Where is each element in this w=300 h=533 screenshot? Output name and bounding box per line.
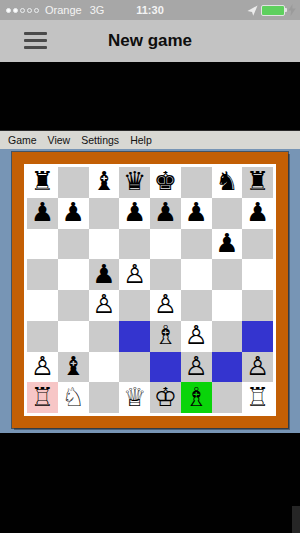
square-g1[interactable]: [212, 382, 243, 413]
square-c6[interactable]: [89, 229, 120, 260]
square-b6[interactable]: [58, 229, 89, 260]
square-h2[interactable]: ♙: [242, 352, 273, 383]
square-a6[interactable]: [27, 229, 58, 260]
square-g8[interactable]: ♞: [212, 167, 243, 198]
white-queen-icon: ♕: [123, 384, 146, 410]
bottom-panel: [0, 433, 300, 533]
square-d5[interactable]: ♙: [119, 259, 150, 290]
black-rook-icon: ♜: [31, 168, 54, 194]
square-h3[interactable]: [242, 321, 273, 352]
square-b2[interactable]: ♝: [58, 352, 89, 383]
square-a5[interactable]: [27, 259, 58, 290]
black-king-icon: ♚: [154, 168, 177, 194]
square-c7[interactable]: [89, 198, 120, 229]
square-d8[interactable]: ♛: [119, 167, 150, 198]
black-pawn-icon: ♟︎: [61, 199, 84, 225]
square-e3[interactable]: ♗: [150, 321, 181, 352]
square-e7[interactable]: ♟︎: [150, 198, 181, 229]
square-g3[interactable]: [212, 321, 243, 352]
white-pawn-icon: ♙: [123, 261, 146, 287]
square-e6[interactable]: [150, 229, 181, 260]
square-f1[interactable]: ♗: [181, 382, 212, 413]
white-pawn-icon: ♙: [92, 291, 115, 317]
scrollbar-thumb[interactable]: [292, 506, 300, 533]
square-c4[interactable]: ♙: [89, 290, 120, 321]
square-b3[interactable]: [58, 321, 89, 352]
menu-view[interactable]: View: [48, 134, 71, 146]
location-arrow-icon: [247, 5, 258, 16]
square-d7[interactable]: ♟︎: [119, 198, 150, 229]
square-e5[interactable]: [150, 259, 181, 290]
white-knight-icon: ♘: [61, 384, 84, 410]
menu-settings[interactable]: Settings: [81, 134, 119, 146]
black-bishop-icon: ♝: [92, 168, 115, 194]
board-frame: ♜♝♛♚♞♜♟︎♟︎♟︎♟︎♟︎♟︎♟︎♟︎♙♙♙♗♙♙♝♙♙♖♘♕♔♗♖: [12, 152, 288, 428]
menu-bar: Game View Settings Help: [0, 131, 300, 149]
square-d1[interactable]: ♕: [119, 382, 150, 413]
square-a7[interactable]: ♟︎: [27, 198, 58, 229]
square-f2[interactable]: ♙: [181, 352, 212, 383]
square-g4[interactable]: [212, 290, 243, 321]
black-pawn-icon: ♟︎: [123, 199, 146, 225]
black-pawn-icon: ♟︎: [184, 199, 207, 225]
square-a2[interactable]: ♙: [27, 352, 58, 383]
white-rook-icon: ♖: [31, 384, 54, 410]
square-b5[interactable]: [58, 259, 89, 290]
white-pawn-icon: ♙: [246, 353, 269, 379]
black-gap: [0, 62, 300, 131]
square-d4[interactable]: [119, 290, 150, 321]
square-g6[interactable]: ♟︎: [212, 229, 243, 260]
square-h6[interactable]: [242, 229, 273, 260]
square-h4[interactable]: [242, 290, 273, 321]
square-b7[interactable]: ♟︎: [58, 198, 89, 229]
square-c2[interactable]: [89, 352, 120, 383]
black-pawn-icon: ♟︎: [246, 199, 269, 225]
square-a4[interactable]: [27, 290, 58, 321]
square-c3[interactable]: [89, 321, 120, 352]
square-f5[interactable]: [181, 259, 212, 290]
square-a3[interactable]: [27, 321, 58, 352]
menu-game[interactable]: Game: [8, 134, 37, 146]
black-pawn-icon: ♟︎: [31, 199, 54, 225]
menu-hamburger-icon[interactable]: [24, 32, 47, 49]
white-pawn-icon: ♙: [184, 322, 207, 348]
square-b1[interactable]: ♘: [58, 382, 89, 413]
page-title: New game: [108, 31, 192, 51]
charging-bolt-icon: [288, 4, 296, 16]
white-bishop-icon: ♗: [154, 322, 177, 348]
black-rook-icon: ♜: [246, 168, 269, 194]
square-g2[interactable]: [212, 352, 243, 383]
battery-icon: [261, 5, 285, 16]
black-queen-icon: ♛: [123, 168, 146, 194]
white-king-icon: ♔: [154, 384, 177, 410]
square-g5[interactable]: [212, 259, 243, 290]
square-c5[interactable]: ♟︎: [89, 259, 120, 290]
square-f7[interactable]: ♟︎: [181, 198, 212, 229]
black-pawn-icon: ♟︎: [215, 230, 238, 256]
black-knight-icon: ♞: [215, 168, 238, 194]
square-f8[interactable]: [181, 167, 212, 198]
square-a8[interactable]: ♜: [27, 167, 58, 198]
square-a1[interactable]: ♖: [27, 382, 58, 413]
square-d2[interactable]: [119, 352, 150, 383]
square-d3[interactable]: [119, 321, 150, 352]
white-pawn-icon: ♙: [184, 353, 207, 379]
black-bishop-icon: ♝: [61, 353, 84, 379]
square-g7[interactable]: [212, 198, 243, 229]
status-bar: Orange 3G 11:30: [0, 0, 300, 20]
chess-board: ♜♝♛♚♞♜♟︎♟︎♟︎♟︎♟︎♟︎♟︎♟︎♙♙♙♗♙♙♝♙♙♖♘♕♔♗♖: [27, 167, 273, 413]
square-e1[interactable]: ♔: [150, 382, 181, 413]
square-f6[interactable]: [181, 229, 212, 260]
square-h1[interactable]: ♖: [242, 382, 273, 413]
white-bishop-icon: ♗: [184, 384, 207, 410]
square-e8[interactable]: ♚: [150, 167, 181, 198]
black-pawn-icon: ♟︎: [154, 199, 177, 225]
black-pawn-icon: ♟︎: [92, 261, 115, 287]
square-d6[interactable]: [119, 229, 150, 260]
white-rook-icon: ♖: [246, 384, 269, 410]
square-f3[interactable]: ♙: [181, 321, 212, 352]
white-pawn-icon: ♙: [31, 353, 54, 379]
square-h7[interactable]: ♟︎: [242, 198, 273, 229]
nav-bar: New game: [0, 20, 300, 62]
square-f4[interactable]: [181, 290, 212, 321]
square-h8[interactable]: ♜: [242, 167, 273, 198]
square-e2[interactable]: [150, 352, 181, 383]
square-c1[interactable]: [89, 382, 120, 413]
menu-help[interactable]: Help: [130, 134, 152, 146]
square-e4[interactable]: ♙: [150, 290, 181, 321]
white-pawn-icon: ♙: [154, 291, 177, 317]
square-b4[interactable]: [58, 290, 89, 321]
board-area: ♜♝♛♚♞♜♟︎♟︎♟︎♟︎♟︎♟︎♟︎♟︎♙♙♙♗♙♙♝♙♙♖♘♕♔♗♖: [0, 149, 300, 433]
square-c8[interactable]: ♝: [89, 167, 120, 198]
square-h5[interactable]: [242, 259, 273, 290]
square-b8[interactable]: [58, 167, 89, 198]
